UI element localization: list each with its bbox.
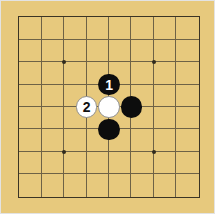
board-intersection-E6[interactable]: 1 [98,73,120,95]
board-intersection-E4[interactable] [98,118,120,140]
move-number-label: 2 [83,100,91,114]
star-point-dot [62,150,66,154]
star-point [143,51,165,73]
move-number-label: 1 [105,78,113,92]
star-point-dot [62,60,66,64]
star-point-dot [152,60,156,64]
star-point [143,141,165,163]
white-stone[interactable] [98,96,120,118]
star-point-dot [152,150,156,154]
white-stone[interactable]: 2 [76,96,98,118]
board-intersection-E5[interactable] [98,96,120,118]
black-stone[interactable] [98,119,120,141]
board-intersection-F5[interactable] [120,96,142,118]
black-stone[interactable]: 1 [98,74,120,96]
go-board[interactable]: 12 [8,6,210,208]
go-board-diagram: 12 [0,0,215,214]
black-stone[interactable] [121,96,143,118]
star-point [53,141,75,163]
board-intersection-D5[interactable]: 2 [75,96,97,118]
star-point [53,51,75,73]
